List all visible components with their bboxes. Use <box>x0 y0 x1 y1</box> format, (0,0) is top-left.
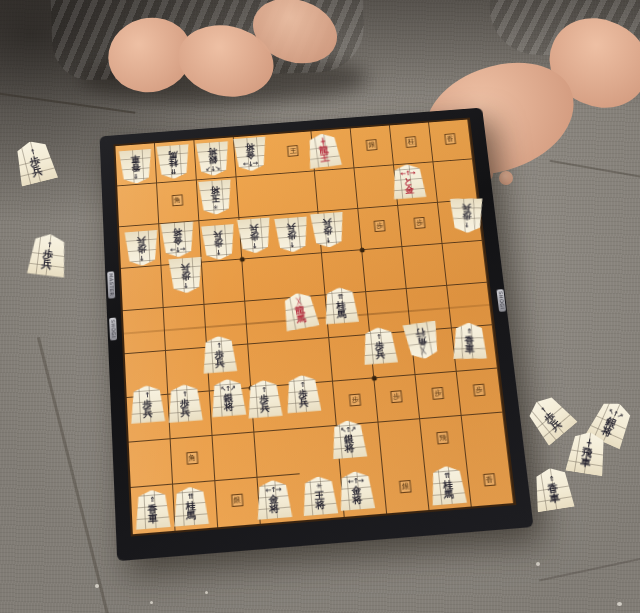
piece-kanji: 歩兵 <box>374 340 385 358</box>
piece-knight-up[interactable]: ⇈桂馬 <box>428 465 467 506</box>
setup-hint-歩: 歩 <box>374 220 386 232</box>
square-r3c9[interactable]: ↑歩兵 <box>438 200 483 244</box>
square-r4c4[interactable] <box>242 256 286 301</box>
square-r7c9[interactable]: 歩 <box>457 368 503 415</box>
square-r1c6[interactable]: ╋龍王 <box>312 128 355 171</box>
piece-kanji: 歩兵 <box>180 263 190 281</box>
piece-kanji: 桂馬 <box>442 479 454 499</box>
piece-kanji: 歩兵 <box>180 397 191 416</box>
piece-kanji: 龍馬 <box>295 304 308 323</box>
square-r8c3[interactable] <box>212 433 257 482</box>
piece-kanji: 歩兵 <box>28 154 43 176</box>
square-r8c6[interactable]: ↖↑↗銀将 <box>337 423 383 471</box>
piece-kanji: 歩兵 <box>259 393 270 412</box>
square-r1c8[interactable]: 桂 <box>390 122 433 165</box>
piece-kanji: 金将 <box>351 484 362 504</box>
piece-kanji: 歩兵 <box>322 217 333 235</box>
square-r5c4[interactable] <box>245 298 289 344</box>
piece-kanji: 歩兵 <box>287 222 298 240</box>
piece-knight-down[interactable]: ⇈桂馬 <box>156 143 191 179</box>
setup-hint-飛: 飛 <box>437 432 450 445</box>
piece-tokin-up[interactable]: ←↑→と金 <box>390 163 426 200</box>
shogi-board-frame: ⇑香車⇈桂馬↖↑↗銀将←↑→金将王╋龍王銀桂香角✳玉将←↑→と金↑歩兵←↑→金将… <box>100 108 534 562</box>
piece-kanji: 歩兵 <box>462 203 472 220</box>
square-r2c1[interactable] <box>117 183 159 227</box>
carpet-speck <box>150 601 153 604</box>
square-r9c4[interactable]: ←↑→金将 <box>257 474 303 523</box>
carpet-seam <box>550 160 640 179</box>
piece-gold-up[interactable]: ←↑→金将 <box>337 470 375 511</box>
setup-hint-銀: 銀 <box>399 480 412 493</box>
square-r2c8[interactable]: ←↑→と金 <box>394 162 438 206</box>
piece-lance-up[interactable]: ⇑香車 <box>452 322 488 359</box>
piece-kanji: 金将 <box>172 227 182 245</box>
square-r9c9[interactable]: 香 <box>467 457 514 506</box>
setup-hint-王: 王 <box>288 145 299 157</box>
square-r3c1[interactable]: ↑歩兵 <box>119 224 161 269</box>
piece-kanji: 桂馬 <box>168 150 178 167</box>
piece-silver-down[interactable]: ↖↑↗銀将 <box>195 140 230 176</box>
square-r1c4[interactable]: ←↑→金将 <box>233 134 275 177</box>
square-r9c2[interactable]: ⇈桂馬 <box>173 481 218 531</box>
setup-hint-香: 香 <box>444 133 456 145</box>
piece-kanji: 香車 <box>131 154 141 171</box>
square-r7c2[interactable]: ↑歩兵 <box>168 391 212 439</box>
square-r1c9[interactable]: 香 <box>429 119 473 162</box>
square-r7c7[interactable]: 歩 <box>375 375 421 423</box>
square-r6c9[interactable]: ⇑香車 <box>452 325 498 372</box>
square-r5c5[interactable]: ╳龍馬 <box>285 295 329 341</box>
shogi-photo-scene: ⇑香車⇈桂馬↖↑↗銀将←↑→金将王╋龍王銀桂香角✳玉将←↑→と金↑歩兵←↑→金将… <box>0 0 640 613</box>
setup-hint-歩: 歩 <box>414 217 426 229</box>
square-r3c6[interactable]: ↑歩兵 <box>319 209 363 253</box>
square-r5c6[interactable]: ⇈桂馬 <box>326 292 371 338</box>
square-r1c5[interactable]: 王 <box>273 131 316 174</box>
setup-hint-桂: 桂 <box>405 136 417 148</box>
captured-pawn-sente_captured[interactable]: ↑歩兵 <box>522 390 578 447</box>
square-r8c1[interactable] <box>129 439 173 488</box>
square-r7c3[interactable]: ↖↑↗銀将 <box>210 388 254 436</box>
piece-king_sente-up[interactable]: ✳王将 <box>300 475 338 516</box>
piece-kanji: 金将 <box>245 142 255 159</box>
square-r4c9[interactable] <box>443 241 488 286</box>
square-r1c1[interactable]: ⇑香車 <box>115 143 157 186</box>
frame-tag-master: MASTER <box>107 271 115 298</box>
piece-kanji: 王将 <box>314 490 325 510</box>
piece-kanji: 歩兵 <box>298 388 309 407</box>
piece-kanji: 角行 <box>415 327 427 346</box>
square-r3c3[interactable]: ↑歩兵 <box>199 218 242 263</box>
square-r7c5[interactable]: ↑歩兵 <box>292 382 337 430</box>
square-r1c7[interactable]: 銀 <box>351 125 394 168</box>
square-r2c7[interactable] <box>355 165 399 209</box>
square-r4c8[interactable] <box>403 244 448 289</box>
frame-tag-shogi: SHOGI <box>496 289 506 311</box>
setup-hint-香: 香 <box>483 473 496 486</box>
carpet-seam <box>37 337 110 613</box>
square-r2c5[interactable] <box>276 171 319 215</box>
piece-kanji: 銀将 <box>207 147 217 164</box>
piece-kanji: と金 <box>403 176 414 193</box>
square-r7c6[interactable]: 歩 <box>333 378 378 426</box>
setup-hint-歩: 歩 <box>349 393 361 406</box>
piece-gold-up[interactable]: ←↑→金将 <box>255 479 293 521</box>
square-r8c2[interactable]: 角 <box>171 436 216 485</box>
piece-kanji: 銀将 <box>343 433 354 452</box>
piece-kanji: 龍王 <box>319 144 330 161</box>
piece-gold-down[interactable]: ←↑→金将 <box>233 136 268 172</box>
piece-kanji: 歩兵 <box>214 348 225 367</box>
piece-kanji: 歩兵 <box>249 223 260 241</box>
piece-pawn-down[interactable]: ↑歩兵 <box>200 223 236 260</box>
piece-kanji: 歩兵 <box>41 248 54 269</box>
carpet-speck <box>95 584 99 588</box>
piece-kanji: 飛車 <box>580 446 593 467</box>
piece-knight-up[interactable]: ⇈桂馬 <box>172 485 209 527</box>
square-r4c1[interactable] <box>121 266 164 311</box>
square-r4c3[interactable] <box>202 259 245 304</box>
piece-lance-up[interactable]: ⇑香車 <box>134 489 171 531</box>
square-r7c8[interactable]: 歩 <box>416 372 462 419</box>
square-r8c4[interactable] <box>254 429 299 478</box>
square-r7c1[interactable]: ↑歩兵 <box>127 395 171 443</box>
piece-kanji: 香車 <box>547 482 560 503</box>
square-r2c6[interactable] <box>315 168 358 212</box>
piece-kanji: 香車 <box>147 503 158 523</box>
piece-kanji: 歩兵 <box>213 230 223 248</box>
frame-tag-shogi: SHOGI <box>109 318 117 341</box>
square-r4c2[interactable]: ↑歩兵 <box>161 263 204 308</box>
square-r2c4[interactable] <box>236 174 279 218</box>
piece-kanji: 桂馬 <box>185 500 196 520</box>
setup-hint-歩: 歩 <box>432 387 444 400</box>
square-r8c8[interactable]: 飛 <box>420 416 466 464</box>
captured-lance-sente_captured[interactable]: ⇑香車 <box>531 465 575 512</box>
carpet-speck <box>205 591 208 594</box>
setup-hint-歩: 歩 <box>473 383 485 396</box>
square-r2c2[interactable]: 角 <box>157 180 199 224</box>
square-r5c2[interactable] <box>164 305 207 351</box>
piece-kanji: 歩兵 <box>136 236 146 254</box>
toe <box>499 171 513 185</box>
piece-pawn-down[interactable]: ↑歩兵 <box>237 217 273 254</box>
square-r3c7[interactable]: 歩 <box>359 206 403 250</box>
piece-pawn-down[interactable]: ↑歩兵 <box>124 229 159 267</box>
piece-gold-down[interactable]: ←↑→金将 <box>160 221 195 258</box>
piece-kanji: 金将 <box>268 493 279 513</box>
square-r5c1[interactable] <box>123 308 166 354</box>
piece-pawn-down[interactable]: ↑歩兵 <box>168 256 204 294</box>
piece-pawn-down[interactable]: ↑歩兵 <box>450 198 485 233</box>
piece-kanji: 玉将 <box>210 185 220 202</box>
square-r6c8[interactable]: ╳角行 <box>411 328 457 375</box>
piece-kanji: 桂馬 <box>336 300 347 318</box>
square-r9c6[interactable]: ←↑→金将 <box>341 468 387 517</box>
piece-kanji: 歩兵 <box>142 398 153 417</box>
square-r6c5[interactable] <box>289 338 334 385</box>
square-r3c8[interactable]: 歩 <box>398 203 442 247</box>
piece-kanji: 香車 <box>464 335 474 353</box>
piece-kanji: 銀将 <box>601 415 619 438</box>
square-r9c5[interactable]: ✳王将 <box>299 471 345 520</box>
piece-kanji: 歩兵 <box>542 410 563 432</box>
square-r5c9[interactable] <box>447 283 492 329</box>
square-r9c1[interactable]: ⇑香車 <box>131 485 176 535</box>
setup-hint-銀: 銀 <box>231 494 243 507</box>
square-r1c3[interactable]: ↖↑↗銀将 <box>194 137 236 180</box>
shogi-board-grid: ⇑香車⇈桂馬↖↑↗銀将←↑→金将王╋龍王銀桂香角✳玉将←↑→と金↑歩兵←↑→金将… <box>113 118 516 537</box>
square-r8c9[interactable] <box>462 413 509 461</box>
square-r4c7[interactable] <box>363 247 407 292</box>
setup-hint-歩: 歩 <box>391 390 403 403</box>
square-r6c4[interactable] <box>248 341 292 388</box>
square-r8c7[interactable] <box>379 419 425 467</box>
setup-hint-銀: 銀 <box>366 139 378 151</box>
carpet-seam <box>539 557 640 582</box>
setup-hint-角: 角 <box>172 194 183 206</box>
piece-lance-down[interactable]: ⇑香車 <box>118 148 153 184</box>
square-r4c5[interactable] <box>282 253 326 298</box>
square-r2c9[interactable] <box>434 159 478 202</box>
square-r1c2[interactable]: ⇈桂馬 <box>155 140 197 183</box>
square-r2c3[interactable]: ✳玉将 <box>197 177 239 221</box>
piece-kanji: 銀将 <box>223 392 234 411</box>
carpet-speck <box>617 602 622 606</box>
square-r4c6[interactable] <box>322 250 366 295</box>
square-r9c3[interactable]: 銀 <box>215 478 260 527</box>
setup-hint-角: 角 <box>186 451 198 464</box>
square-r9c8[interactable]: ⇈桂馬 <box>425 461 472 510</box>
square-r9c7[interactable]: 銀 <box>383 464 430 513</box>
piece-king_gote-down[interactable]: ✳玉将 <box>198 179 233 216</box>
carpet-speck <box>536 562 540 566</box>
